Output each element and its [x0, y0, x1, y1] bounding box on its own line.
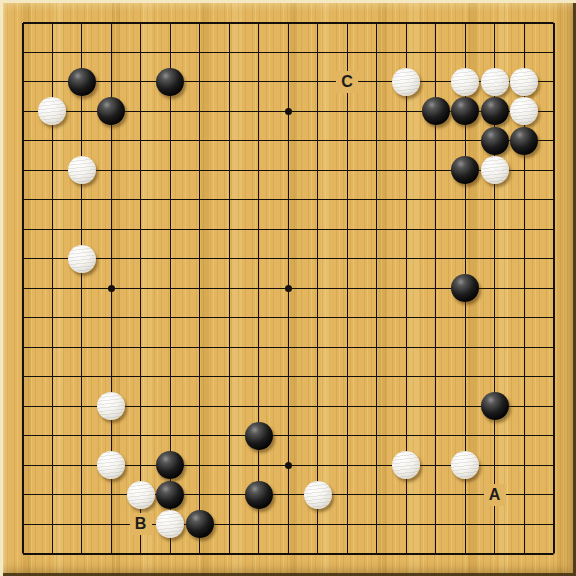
intersection-E13[interactable]: [126, 185, 156, 215]
intersection-F7[interactable]: [155, 362, 185, 392]
intersection-A1[interactable]: [8, 539, 38, 569]
intersection-M12[interactable]: [332, 214, 362, 244]
intersection-N9[interactable]: [362, 303, 392, 333]
intersection-H10[interactable]: [214, 273, 244, 303]
intersection-L3[interactable]: [303, 480, 333, 510]
intersection-E9[interactable]: [126, 303, 156, 333]
intersection-P4[interactable]: [421, 450, 451, 480]
intersection-N8[interactable]: [362, 332, 392, 362]
intersection-L19[interactable]: [303, 8, 333, 38]
intersection-C8[interactable]: [67, 332, 97, 362]
intersection-T18[interactable]: [539, 37, 569, 67]
intersection-G16[interactable]: [185, 96, 215, 126]
intersection-L18[interactable]: [303, 37, 333, 67]
intersection-K16[interactable]: [273, 96, 303, 126]
intersection-T2[interactable]: [539, 509, 569, 539]
intersection-M5[interactable]: [332, 421, 362, 451]
intersection-A10[interactable]: [8, 273, 38, 303]
intersection-J9[interactable]: [244, 303, 274, 333]
intersection-E19[interactable]: [126, 8, 156, 38]
intersection-H9[interactable]: [214, 303, 244, 333]
intersection-R17[interactable]: [480, 67, 510, 97]
intersection-O11[interactable]: [391, 244, 421, 274]
intersection-S8[interactable]: [509, 332, 539, 362]
intersection-S16[interactable]: [509, 96, 539, 126]
intersection-F13[interactable]: [155, 185, 185, 215]
intersection-E18[interactable]: [126, 37, 156, 67]
intersection-P10[interactable]: [421, 273, 451, 303]
intersection-Q16[interactable]: [450, 96, 480, 126]
intersection-D6[interactable]: [96, 391, 126, 421]
intersection-E2[interactable]: B: [126, 509, 156, 539]
intersection-J2[interactable]: [244, 509, 274, 539]
intersection-M15[interactable]: [332, 126, 362, 156]
intersection-R7[interactable]: [480, 362, 510, 392]
intersection-P11[interactable]: [421, 244, 451, 274]
intersection-J17[interactable]: [244, 67, 274, 97]
intersection-F17[interactable]: [155, 67, 185, 97]
intersection-J13[interactable]: [244, 185, 274, 215]
intersection-C6[interactable]: [67, 391, 97, 421]
intersection-D13[interactable]: [96, 185, 126, 215]
intersection-D8[interactable]: [96, 332, 126, 362]
intersection-J11[interactable]: [244, 244, 274, 274]
intersection-N16[interactable]: [362, 96, 392, 126]
intersection-D16[interactable]: [96, 96, 126, 126]
intersection-F12[interactable]: [155, 214, 185, 244]
intersection-T3[interactable]: [539, 480, 569, 510]
intersection-C9[interactable]: [67, 303, 97, 333]
intersection-C4[interactable]: [67, 450, 97, 480]
intersection-C5[interactable]: [67, 421, 97, 451]
intersection-N6[interactable]: [362, 391, 392, 421]
intersection-E6[interactable]: [126, 391, 156, 421]
intersection-H19[interactable]: [214, 8, 244, 38]
intersection-L11[interactable]: [303, 244, 333, 274]
intersection-R18[interactable]: [480, 37, 510, 67]
intersection-C17[interactable]: [67, 67, 97, 97]
intersection-H11[interactable]: [214, 244, 244, 274]
intersection-J19[interactable]: [244, 8, 274, 38]
intersection-G6[interactable]: [185, 391, 215, 421]
intersection-H5[interactable]: [214, 421, 244, 451]
intersection-J5[interactable]: [244, 421, 274, 451]
intersection-L5[interactable]: [303, 421, 333, 451]
intersection-D3[interactable]: [96, 480, 126, 510]
intersection-G10[interactable]: [185, 273, 215, 303]
intersection-J7[interactable]: [244, 362, 274, 392]
intersection-L1[interactable]: [303, 539, 333, 569]
intersection-M3[interactable]: [332, 480, 362, 510]
intersection-E3[interactable]: [126, 480, 156, 510]
intersection-S15[interactable]: [509, 126, 539, 156]
intersection-M10[interactable]: [332, 273, 362, 303]
intersection-A9[interactable]: [8, 303, 38, 333]
intersection-O18[interactable]: [391, 37, 421, 67]
intersection-G5[interactable]: [185, 421, 215, 451]
intersection-K9[interactable]: [273, 303, 303, 333]
intersection-J12[interactable]: [244, 214, 274, 244]
intersection-O8[interactable]: [391, 332, 421, 362]
intersection-D7[interactable]: [96, 362, 126, 392]
intersection-O7[interactable]: [391, 362, 421, 392]
intersection-D2[interactable]: [96, 509, 126, 539]
intersection-R9[interactable]: [480, 303, 510, 333]
intersection-K17[interactable]: [273, 67, 303, 97]
intersection-Q12[interactable]: [450, 214, 480, 244]
intersection-G1[interactable]: [185, 539, 215, 569]
intersection-Q11[interactable]: [450, 244, 480, 274]
intersection-A19[interactable]: [8, 8, 38, 38]
intersection-S11[interactable]: [509, 244, 539, 274]
intersection-B16[interactable]: [37, 96, 67, 126]
intersection-Q9[interactable]: [450, 303, 480, 333]
intersection-D4[interactable]: [96, 450, 126, 480]
intersection-R19[interactable]: [480, 8, 510, 38]
intersection-G2[interactable]: [185, 509, 215, 539]
intersection-B19[interactable]: [37, 8, 67, 38]
intersection-O17[interactable]: [391, 67, 421, 97]
intersection-N17[interactable]: [362, 67, 392, 97]
intersection-B12[interactable]: [37, 214, 67, 244]
intersection-P5[interactable]: [421, 421, 451, 451]
intersection-F8[interactable]: [155, 332, 185, 362]
intersection-G3[interactable]: [185, 480, 215, 510]
intersection-C11[interactable]: [67, 244, 97, 274]
intersection-H16[interactable]: [214, 96, 244, 126]
intersection-B13[interactable]: [37, 185, 67, 215]
intersection-F15[interactable]: [155, 126, 185, 156]
intersection-F9[interactable]: [155, 303, 185, 333]
intersection-O9[interactable]: [391, 303, 421, 333]
intersection-K15[interactable]: [273, 126, 303, 156]
intersection-M1[interactable]: [332, 539, 362, 569]
intersection-E11[interactable]: [126, 244, 156, 274]
intersection-N3[interactable]: [362, 480, 392, 510]
intersection-D10[interactable]: [96, 273, 126, 303]
intersection-H15[interactable]: [214, 126, 244, 156]
intersection-N18[interactable]: [362, 37, 392, 67]
intersection-K7[interactable]: [273, 362, 303, 392]
intersection-N5[interactable]: [362, 421, 392, 451]
intersection-C2[interactable]: [67, 509, 97, 539]
intersection-E15[interactable]: [126, 126, 156, 156]
intersection-S12[interactable]: [509, 214, 539, 244]
intersection-R1[interactable]: [480, 539, 510, 569]
intersection-F19[interactable]: [155, 8, 185, 38]
intersection-S18[interactable]: [509, 37, 539, 67]
intersection-L4[interactable]: [303, 450, 333, 480]
intersection-F1[interactable]: [155, 539, 185, 569]
intersection-E14[interactable]: [126, 155, 156, 185]
intersection-S17[interactable]: [509, 67, 539, 97]
intersection-F2[interactable]: [155, 509, 185, 539]
intersection-B5[interactable]: [37, 421, 67, 451]
intersection-A3[interactable]: [8, 480, 38, 510]
intersection-N15[interactable]: [362, 126, 392, 156]
intersection-Q3[interactable]: [450, 480, 480, 510]
intersection-K4[interactable]: [273, 450, 303, 480]
intersection-R10[interactable]: [480, 273, 510, 303]
intersection-B10[interactable]: [37, 273, 67, 303]
intersection-F10[interactable]: [155, 273, 185, 303]
intersection-R5[interactable]: [480, 421, 510, 451]
intersection-P16[interactable]: [421, 96, 451, 126]
intersection-N19[interactable]: [362, 8, 392, 38]
intersection-K3[interactable]: [273, 480, 303, 510]
intersection-R8[interactable]: [480, 332, 510, 362]
intersection-H4[interactable]: [214, 450, 244, 480]
intersection-R12[interactable]: [480, 214, 510, 244]
intersection-T10[interactable]: [539, 273, 569, 303]
intersection-H18[interactable]: [214, 37, 244, 67]
intersection-F3[interactable]: [155, 480, 185, 510]
intersection-N4[interactable]: [362, 450, 392, 480]
intersection-H17[interactable]: [214, 67, 244, 97]
intersection-O10[interactable]: [391, 273, 421, 303]
intersection-S5[interactable]: [509, 421, 539, 451]
intersection-Q2[interactable]: [450, 509, 480, 539]
intersection-G13[interactable]: [185, 185, 215, 215]
intersection-O5[interactable]: [391, 421, 421, 451]
intersection-O15[interactable]: [391, 126, 421, 156]
intersection-O13[interactable]: [391, 185, 421, 215]
intersection-M19[interactable]: [332, 8, 362, 38]
intersection-T8[interactable]: [539, 332, 569, 362]
intersection-K18[interactable]: [273, 37, 303, 67]
intersection-S14[interactable]: [509, 155, 539, 185]
intersection-T6[interactable]: [539, 391, 569, 421]
intersection-G19[interactable]: [185, 8, 215, 38]
intersection-T5[interactable]: [539, 421, 569, 451]
intersection-F18[interactable]: [155, 37, 185, 67]
intersection-H8[interactable]: [214, 332, 244, 362]
intersection-O3[interactable]: [391, 480, 421, 510]
intersection-G9[interactable]: [185, 303, 215, 333]
intersection-B2[interactable]: [37, 509, 67, 539]
intersection-S10[interactable]: [509, 273, 539, 303]
intersection-G4[interactable]: [185, 450, 215, 480]
intersection-L8[interactable]: [303, 332, 333, 362]
intersection-M7[interactable]: [332, 362, 362, 392]
intersection-N11[interactable]: [362, 244, 392, 274]
intersection-C7[interactable]: [67, 362, 97, 392]
intersection-Q14[interactable]: [450, 155, 480, 185]
intersection-C15[interactable]: [67, 126, 97, 156]
intersection-L16[interactable]: [303, 96, 333, 126]
intersection-Q6[interactable]: [450, 391, 480, 421]
intersection-A14[interactable]: [8, 155, 38, 185]
intersection-N12[interactable]: [362, 214, 392, 244]
intersection-D1[interactable]: [96, 539, 126, 569]
intersection-R6[interactable]: [480, 391, 510, 421]
intersection-D5[interactable]: [96, 421, 126, 451]
intersection-Q13[interactable]: [450, 185, 480, 215]
intersection-Q4[interactable]: [450, 450, 480, 480]
intersection-A12[interactable]: [8, 214, 38, 244]
intersection-N7[interactable]: [362, 362, 392, 392]
intersection-P3[interactable]: [421, 480, 451, 510]
intersection-B14[interactable]: [37, 155, 67, 185]
intersection-S7[interactable]: [509, 362, 539, 392]
intersection-P19[interactable]: [421, 8, 451, 38]
intersection-Q1[interactable]: [450, 539, 480, 569]
intersection-A2[interactable]: [8, 509, 38, 539]
intersection-F6[interactable]: [155, 391, 185, 421]
intersection-L13[interactable]: [303, 185, 333, 215]
intersection-E5[interactable]: [126, 421, 156, 451]
intersection-O16[interactable]: [391, 96, 421, 126]
intersection-C12[interactable]: [67, 214, 97, 244]
intersection-J10[interactable]: [244, 273, 274, 303]
intersection-J15[interactable]: [244, 126, 274, 156]
intersection-S13[interactable]: [509, 185, 539, 215]
intersection-H1[interactable]: [214, 539, 244, 569]
intersection-G7[interactable]: [185, 362, 215, 392]
intersection-R16[interactable]: [480, 96, 510, 126]
intersection-O14[interactable]: [391, 155, 421, 185]
intersection-K1[interactable]: [273, 539, 303, 569]
intersection-M13[interactable]: [332, 185, 362, 215]
intersection-K10[interactable]: [273, 273, 303, 303]
intersection-N2[interactable]: [362, 509, 392, 539]
intersection-G8[interactable]: [185, 332, 215, 362]
intersection-K6[interactable]: [273, 391, 303, 421]
intersection-E7[interactable]: [126, 362, 156, 392]
intersection-T13[interactable]: [539, 185, 569, 215]
intersection-L7[interactable]: [303, 362, 333, 392]
intersection-D15[interactable]: [96, 126, 126, 156]
intersection-K12[interactable]: [273, 214, 303, 244]
intersection-J18[interactable]: [244, 37, 274, 67]
intersection-P17[interactable]: [421, 67, 451, 97]
intersection-M6[interactable]: [332, 391, 362, 421]
intersection-P7[interactable]: [421, 362, 451, 392]
intersection-Q18[interactable]: [450, 37, 480, 67]
intersection-P6[interactable]: [421, 391, 451, 421]
intersection-K11[interactable]: [273, 244, 303, 274]
intersection-M14[interactable]: [332, 155, 362, 185]
intersection-M16[interactable]: [332, 96, 362, 126]
intersection-G11[interactable]: [185, 244, 215, 274]
intersection-R14[interactable]: [480, 155, 510, 185]
intersection-A4[interactable]: [8, 450, 38, 480]
intersection-N1[interactable]: [362, 539, 392, 569]
intersection-B7[interactable]: [37, 362, 67, 392]
intersection-F16[interactable]: [155, 96, 185, 126]
intersection-M8[interactable]: [332, 332, 362, 362]
intersection-T14[interactable]: [539, 155, 569, 185]
intersection-E4[interactable]: [126, 450, 156, 480]
intersection-F11[interactable]: [155, 244, 185, 274]
intersection-T15[interactable]: [539, 126, 569, 156]
intersection-Q19[interactable]: [450, 8, 480, 38]
intersection-A16[interactable]: [8, 96, 38, 126]
intersection-O6[interactable]: [391, 391, 421, 421]
intersection-B3[interactable]: [37, 480, 67, 510]
intersection-C1[interactable]: [67, 539, 97, 569]
intersection-C18[interactable]: [67, 37, 97, 67]
intersection-H3[interactable]: [214, 480, 244, 510]
intersection-A15[interactable]: [8, 126, 38, 156]
intersection-C14[interactable]: [67, 155, 97, 185]
intersection-B1[interactable]: [37, 539, 67, 569]
intersection-P8[interactable]: [421, 332, 451, 362]
intersection-E10[interactable]: [126, 273, 156, 303]
intersection-R13[interactable]: [480, 185, 510, 215]
intersection-E12[interactable]: [126, 214, 156, 244]
intersection-A17[interactable]: [8, 67, 38, 97]
intersection-D17[interactable]: [96, 67, 126, 97]
intersection-J1[interactable]: [244, 539, 274, 569]
intersection-L9[interactable]: [303, 303, 333, 333]
intersection-D12[interactable]: [96, 214, 126, 244]
intersection-B8[interactable]: [37, 332, 67, 362]
intersection-S1[interactable]: [509, 539, 539, 569]
intersection-H14[interactable]: [214, 155, 244, 185]
intersection-E8[interactable]: [126, 332, 156, 362]
intersection-B18[interactable]: [37, 37, 67, 67]
intersection-G12[interactable]: [185, 214, 215, 244]
intersection-K13[interactable]: [273, 185, 303, 215]
intersection-G14[interactable]: [185, 155, 215, 185]
intersection-M9[interactable]: [332, 303, 362, 333]
intersection-A5[interactable]: [8, 421, 38, 451]
intersection-O4[interactable]: [391, 450, 421, 480]
intersection-O1[interactable]: [391, 539, 421, 569]
intersection-M2[interactable]: [332, 509, 362, 539]
intersection-C13[interactable]: [67, 185, 97, 215]
intersection-Q7[interactable]: [450, 362, 480, 392]
intersection-T1[interactable]: [539, 539, 569, 569]
intersection-Q8[interactable]: [450, 332, 480, 362]
intersection-K19[interactable]: [273, 8, 303, 38]
intersection-M17[interactable]: C: [332, 67, 362, 97]
intersection-T4[interactable]: [539, 450, 569, 480]
intersection-K5[interactable]: [273, 421, 303, 451]
intersection-R4[interactable]: [480, 450, 510, 480]
intersection-M18[interactable]: [332, 37, 362, 67]
intersection-A8[interactable]: [8, 332, 38, 362]
intersection-O2[interactable]: [391, 509, 421, 539]
intersection-H2[interactable]: [214, 509, 244, 539]
intersection-P18[interactable]: [421, 37, 451, 67]
intersection-B15[interactable]: [37, 126, 67, 156]
intersection-B11[interactable]: [37, 244, 67, 274]
intersection-P14[interactable]: [421, 155, 451, 185]
intersection-D19[interactable]: [96, 8, 126, 38]
intersection-J6[interactable]: [244, 391, 274, 421]
intersection-T7[interactable]: [539, 362, 569, 392]
intersection-T12[interactable]: [539, 214, 569, 244]
intersection-B9[interactable]: [37, 303, 67, 333]
intersection-C19[interactable]: [67, 8, 97, 38]
intersection-S6[interactable]: [509, 391, 539, 421]
intersection-F14[interactable]: [155, 155, 185, 185]
intersection-R2[interactable]: [480, 509, 510, 539]
intersection-K8[interactable]: [273, 332, 303, 362]
intersection-S9[interactable]: [509, 303, 539, 333]
intersection-Q5[interactable]: [450, 421, 480, 451]
intersection-G17[interactable]: [185, 67, 215, 97]
intersection-C16[interactable]: [67, 96, 97, 126]
intersection-B17[interactable]: [37, 67, 67, 97]
intersection-A18[interactable]: [8, 37, 38, 67]
intersection-C3[interactable]: [67, 480, 97, 510]
intersection-K2[interactable]: [273, 509, 303, 539]
intersection-N14[interactable]: [362, 155, 392, 185]
intersection-L12[interactable]: [303, 214, 333, 244]
